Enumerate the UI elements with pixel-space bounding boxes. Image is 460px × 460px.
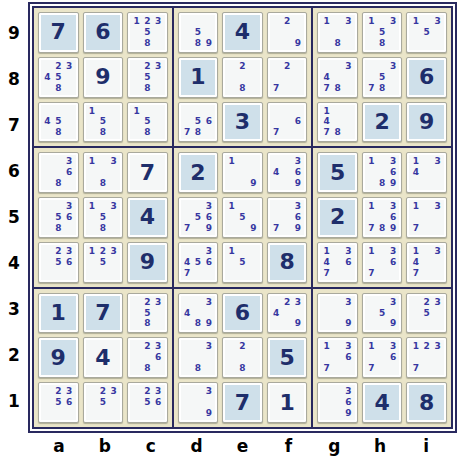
candidate-2: 2 — [97, 386, 108, 397]
candidate-6: 6 — [203, 257, 214, 268]
candidate-6 — [108, 212, 119, 223]
cell-h8[interactable]: 3578 — [362, 57, 403, 98]
box-6: 51368913421367891371346713671347 — [313, 148, 451, 286]
candidate-6 — [248, 352, 259, 363]
candidate-5 — [332, 257, 343, 268]
candidate-1 — [182, 341, 193, 352]
candidate-7 — [366, 178, 377, 189]
cell-b5[interactable]: 1358 — [83, 197, 124, 238]
cell-e1[interactable]: 7 — [222, 382, 263, 423]
cell-i6[interactable]: 134 — [406, 152, 447, 193]
candidate-3 — [248, 341, 259, 352]
cell-h3[interactable]: 359 — [362, 293, 403, 334]
candidate-3: 3 — [153, 341, 164, 352]
cell-e8[interactable]: 28 — [222, 57, 263, 98]
pencil-marks: 137 — [410, 201, 443, 234]
candidate-9 — [343, 268, 354, 279]
candidate-5 — [421, 257, 432, 268]
candidate-9 — [108, 408, 119, 419]
pencil-marks: 138 — [87, 156, 120, 189]
cell-c1[interactable]: 2356 — [127, 382, 168, 423]
cell-i7[interactable]: 9 — [406, 102, 447, 143]
cell-f4[interactable]: 8 — [267, 242, 308, 283]
cell-h2[interactable]: 1367 — [362, 337, 403, 378]
pencil-marks: 2356 — [42, 386, 75, 419]
candidate-1 — [226, 61, 237, 72]
candidate-2 — [332, 61, 343, 72]
cell-f7[interactable]: 67 — [267, 102, 308, 143]
candidate-3 — [248, 61, 259, 72]
cell-e7[interactable]: 3 — [222, 102, 263, 143]
candidate-7 — [321, 38, 332, 49]
candidate-8 — [237, 268, 248, 279]
cell-c8[interactable]: 2358 — [127, 57, 168, 98]
candidate-5: 5 — [193, 212, 204, 223]
candidate-2 — [377, 201, 388, 212]
candidate-2: 2 — [142, 16, 153, 27]
candidate-7 — [87, 178, 98, 189]
pencil-marks: 27 — [271, 61, 304, 94]
cell-i2[interactable]: 1237 — [406, 337, 447, 378]
candidate-6 — [432, 257, 443, 268]
candidate-9: 9 — [203, 223, 214, 234]
candidate-6 — [203, 308, 214, 319]
cell-d1[interactable]: 39 — [178, 382, 219, 423]
cell-a1[interactable]: 2356 — [38, 382, 79, 423]
candidate-5 — [282, 116, 293, 127]
pencil-marks: 136789 — [366, 201, 399, 234]
candidate-1 — [131, 297, 142, 308]
candidate-9: 9 — [292, 38, 303, 49]
candidate-4 — [131, 72, 142, 83]
candidate-4 — [321, 397, 332, 408]
candidate-3: 3 — [388, 156, 399, 167]
cell-a9[interactable]: 7 — [38, 12, 79, 53]
candidate-5 — [193, 352, 204, 363]
cell-e5[interactable]: 159 — [222, 197, 263, 238]
candidate-7: 7 — [321, 83, 332, 94]
candidate-3: 3 — [108, 156, 119, 167]
candidate-7: 7 — [410, 268, 421, 279]
cell-f8[interactable]: 27 — [267, 57, 308, 98]
candidate-9 — [432, 178, 443, 189]
candidate-4 — [131, 308, 142, 319]
candidate-3: 3 — [203, 386, 214, 397]
pencil-marks: 2358 — [131, 61, 164, 94]
cell-a8[interactable]: 23458 — [38, 57, 79, 98]
cell-i4[interactable]: 1347 — [406, 242, 447, 283]
pencil-marks: 2356 — [131, 386, 164, 419]
candidate-6: 6 — [388, 212, 399, 223]
cell-c3[interactable]: 2358 — [127, 293, 168, 334]
candidate-7: 7 — [271, 127, 282, 138]
cell-e2[interactable]: 28 — [222, 337, 263, 378]
candidate-9 — [292, 83, 303, 94]
candidate-3: 3 — [64, 246, 75, 257]
pencil-marks: 158 — [87, 106, 120, 139]
candidate-9 — [343, 83, 354, 94]
pencil-marks: 3568 — [42, 201, 75, 234]
candidate-6 — [343, 27, 354, 38]
candidate-5 — [193, 397, 204, 408]
candidate-7 — [366, 319, 377, 330]
cell-i9[interactable]: 135 — [406, 12, 447, 53]
candidate-8 — [193, 408, 204, 419]
cell-d5[interactable]: 35679 — [178, 197, 219, 238]
candidate-4 — [42, 167, 53, 178]
candidate-9 — [432, 319, 443, 330]
cell-i1[interactable]: 8 — [406, 382, 447, 423]
cell-a5[interactable]: 3568 — [38, 197, 79, 238]
cell-g1[interactable]: 369 — [317, 382, 358, 423]
candidate-3: 3 — [432, 246, 443, 257]
candidate-8 — [332, 268, 343, 279]
candidate-4 — [366, 352, 377, 363]
pencil-marks: 138 — [321, 16, 354, 49]
given-digit: 9 — [419, 111, 434, 133]
cell-f6[interactable]: 3469 — [267, 152, 308, 193]
cell-i8[interactable]: 6 — [406, 57, 447, 98]
candidate-5: 5 — [53, 212, 64, 223]
cell-d6[interactable]: 2 — [178, 152, 219, 193]
candidate-6 — [153, 308, 164, 319]
cell-c5[interactable]: 4 — [127, 197, 168, 238]
cell-a6[interactable]: 368 — [38, 152, 79, 193]
cell-b7[interactable]: 158 — [83, 102, 124, 143]
candidate-5: 5 — [421, 308, 432, 319]
candidate-7: 7 — [182, 223, 193, 234]
candidate-7: 7 — [366, 223, 377, 234]
candidate-1: 1 — [321, 16, 332, 27]
cell-b2[interactable]: 4 — [83, 337, 124, 378]
cell-b9[interactable]: 6 — [83, 12, 124, 53]
candidate-4 — [271, 116, 282, 127]
cell-f2[interactable]: 5 — [267, 337, 308, 378]
cell-h1[interactable]: 4 — [362, 382, 403, 423]
cell-g6[interactable]: 5 — [317, 152, 358, 193]
candidate-2 — [377, 246, 388, 257]
candidate-8: 8 — [332, 127, 343, 138]
candidate-5 — [282, 212, 293, 223]
candidate-4 — [42, 257, 53, 268]
cell-a7[interactable]: 458 — [38, 102, 79, 143]
cell-g7[interactable]: 1478 — [317, 102, 358, 143]
candidate-2 — [282, 201, 293, 212]
candidate-9 — [64, 223, 75, 234]
given-digit: 5 — [330, 162, 345, 184]
candidate-5 — [332, 308, 343, 319]
cell-e6[interactable]: 19 — [222, 152, 263, 193]
cell-c4[interactable]: 9 — [127, 242, 168, 283]
row-label-8: 8 — [8, 71, 20, 88]
given-digit: 2 — [330, 206, 345, 228]
candidate-6: 6 — [388, 167, 399, 178]
cell-g9[interactable]: 138 — [317, 12, 358, 53]
candidate-8: 8 — [332, 83, 343, 94]
cell-h7[interactable]: 2 — [362, 102, 403, 143]
cell-c6[interactable]: 7 — [127, 152, 168, 193]
cell-b1[interactable]: 235 — [83, 382, 124, 423]
candidate-4: 4 — [182, 308, 193, 319]
candidate-5 — [193, 308, 204, 319]
candidate-1 — [42, 386, 53, 397]
candidate-8: 8 — [53, 223, 64, 234]
cell-b3[interactable]: 7 — [83, 293, 124, 334]
candidate-1 — [42, 201, 53, 212]
candidate-5 — [282, 308, 293, 319]
candidate-4: 4 — [271, 167, 282, 178]
cell-a3[interactable]: 1 — [38, 293, 79, 334]
cell-g8[interactable]: 3478 — [317, 57, 358, 98]
candidate-7: 7 — [321, 127, 332, 138]
candidate-9 — [64, 268, 75, 279]
cell-d3[interactable]: 3489 — [178, 293, 219, 334]
candidate-8: 8 — [332, 38, 343, 49]
candidate-8 — [193, 223, 204, 234]
candidate-8 — [97, 408, 108, 419]
candidate-9 — [153, 38, 164, 49]
candidate-5 — [332, 397, 343, 408]
given-digit: 6 — [235, 302, 250, 324]
candidate-5: 5 — [142, 308, 153, 319]
candidate-8 — [282, 38, 293, 49]
candidate-5: 5 — [193, 27, 204, 38]
cell-b4[interactable]: 1235 — [83, 242, 124, 283]
candidate-1: 1 — [131, 16, 142, 27]
candidate-1 — [42, 246, 53, 257]
candidate-4 — [410, 308, 421, 319]
candidate-2 — [193, 106, 204, 117]
candidate-2: 2 — [282, 297, 293, 308]
candidate-9 — [108, 268, 119, 279]
candidate-7 — [271, 319, 282, 330]
cell-b6[interactable]: 138 — [83, 152, 124, 193]
candidate-5: 5 — [142, 116, 153, 127]
candidate-3: 3 — [343, 61, 354, 72]
candidate-6: 6 — [64, 397, 75, 408]
candidate-6 — [388, 72, 399, 83]
candidate-5 — [421, 212, 432, 223]
candidate-4 — [182, 212, 193, 223]
solved-digit: 7 — [140, 162, 155, 184]
candidate-4 — [226, 352, 237, 363]
candidate-1 — [321, 386, 332, 397]
candidate-1: 1 — [410, 16, 421, 27]
candidate-6 — [248, 167, 259, 178]
candidate-3: 3 — [64, 201, 75, 212]
candidate-8 — [377, 268, 388, 279]
col-label-h: h — [374, 438, 386, 455]
candidate-7: 7 — [182, 127, 193, 138]
row-label-3: 3 — [8, 301, 20, 318]
candidate-4 — [226, 72, 237, 83]
candidate-9 — [343, 38, 354, 49]
pencil-marks: 1358 — [366, 16, 399, 49]
given-digit: 6 — [419, 66, 434, 88]
candidate-8 — [421, 38, 432, 49]
candidate-6 — [432, 167, 443, 178]
cell-i3[interactable]: 235 — [406, 293, 447, 334]
candidate-9 — [153, 363, 164, 374]
pencil-marks: 13467 — [321, 246, 354, 279]
candidate-2 — [193, 201, 204, 212]
candidate-6 — [343, 308, 354, 319]
candidate-8 — [377, 363, 388, 374]
candidate-1 — [271, 16, 282, 27]
row-label-2: 2 — [8, 347, 20, 364]
cell-a2[interactable]: 9 — [38, 337, 79, 378]
candidate-9: 9 — [203, 319, 214, 330]
candidate-5: 5 — [97, 212, 108, 223]
cell-f5[interactable]: 3679 — [267, 197, 308, 238]
candidate-3: 3 — [64, 61, 75, 72]
candidate-4 — [131, 352, 142, 363]
candidate-7 — [321, 408, 332, 419]
cell-e3[interactable]: 6 — [222, 293, 263, 334]
candidate-9: 9 — [388, 319, 399, 330]
candidate-7: 7 — [366, 363, 377, 374]
candidate-7: 7 — [366, 83, 377, 94]
candidate-7 — [131, 408, 142, 419]
candidate-9 — [388, 38, 399, 49]
cell-d4[interactable]: 34567 — [178, 242, 219, 283]
cell-f3[interactable]: 2349 — [267, 293, 308, 334]
box-3: 1381358135347835786147829 — [313, 8, 451, 146]
cell-c2[interactable]: 2368 — [127, 337, 168, 378]
candidate-4 — [271, 27, 282, 38]
candidate-3: 3 — [388, 341, 399, 352]
candidate-3: 3 — [153, 297, 164, 308]
row-label-1: 1 — [8, 393, 20, 410]
candidate-6 — [432, 212, 443, 223]
cell-g3[interactable]: 39 — [317, 293, 358, 334]
cell-h6[interactable]: 13689 — [362, 152, 403, 193]
candidate-4 — [226, 212, 237, 223]
box-5: 219346935679159367934567158 — [174, 148, 312, 286]
given-digit: 8 — [279, 251, 294, 273]
candidate-6 — [108, 116, 119, 127]
cell-b8[interactable]: 9 — [83, 57, 124, 98]
candidate-2 — [237, 156, 248, 167]
candidate-6 — [292, 72, 303, 83]
candidate-1 — [226, 341, 237, 352]
pencil-marks: 2349 — [271, 297, 304, 330]
candidate-5: 5 — [237, 257, 248, 268]
cell-i5[interactable]: 137 — [406, 197, 447, 238]
solved-digit: 4 — [95, 347, 110, 369]
candidate-7 — [226, 83, 237, 94]
candidate-7 — [226, 223, 237, 234]
pencil-marks: 39 — [321, 297, 354, 330]
candidate-4 — [131, 116, 142, 127]
candidate-6: 6 — [388, 352, 399, 363]
candidate-2 — [237, 201, 248, 212]
candidate-8 — [282, 319, 293, 330]
cell-f1[interactable]: 1 — [267, 382, 308, 423]
candidate-8: 8 — [377, 223, 388, 234]
candidate-4 — [366, 308, 377, 319]
candidate-1 — [271, 201, 282, 212]
pencil-marks: 2368 — [131, 341, 164, 374]
candidate-9: 9 — [248, 223, 259, 234]
candidate-2: 2 — [142, 341, 153, 352]
candidate-4 — [131, 397, 142, 408]
candidate-8: 8 — [142, 38, 153, 49]
cell-d8[interactable]: 1 — [178, 57, 219, 98]
candidate-1 — [182, 201, 193, 212]
cell-a4[interactable]: 2356 — [38, 242, 79, 283]
candidate-3: 3 — [153, 386, 164, 397]
candidate-3: 3 — [432, 341, 443, 352]
candidate-7 — [226, 268, 237, 279]
cell-g4[interactable]: 13467 — [317, 242, 358, 283]
candidate-7 — [182, 319, 193, 330]
candidate-6 — [248, 257, 259, 268]
candidate-1: 1 — [87, 201, 98, 212]
candidate-9: 9 — [343, 408, 354, 419]
candidate-8 — [282, 83, 293, 94]
candidate-9 — [432, 38, 443, 49]
candidate-5: 5 — [53, 116, 64, 127]
candidate-9 — [64, 408, 75, 419]
candidate-3: 3 — [64, 386, 75, 397]
candidate-8 — [237, 178, 248, 189]
box-7: 17235894236823562352356 — [34, 289, 172, 427]
candidate-9 — [388, 268, 399, 279]
cell-g2[interactable]: 1367 — [317, 337, 358, 378]
candidate-4 — [410, 27, 421, 38]
cell-h9[interactable]: 1358 — [362, 12, 403, 53]
given-digit: 3 — [235, 111, 250, 133]
candidate-2: 2 — [97, 246, 108, 257]
candidate-4 — [321, 308, 332, 319]
candidate-8: 8 — [237, 83, 248, 94]
candidate-9 — [153, 83, 164, 94]
cell-c7[interactable]: 158 — [127, 102, 168, 143]
candidate-6: 6 — [203, 116, 214, 127]
candidate-5 — [237, 167, 248, 178]
cell-h5[interactable]: 136789 — [362, 197, 403, 238]
candidate-9 — [432, 268, 443, 279]
cell-g5[interactable]: 2 — [317, 197, 358, 238]
cell-e4[interactable]: 15 — [222, 242, 263, 283]
candidate-5 — [377, 167, 388, 178]
candidate-7 — [42, 223, 53, 234]
candidate-8 — [421, 223, 432, 234]
candidate-9: 9 — [292, 223, 303, 234]
candidate-4: 4 — [410, 257, 421, 268]
candidate-5 — [377, 212, 388, 223]
cell-h4[interactable]: 1367 — [362, 242, 403, 283]
candidate-1: 1 — [410, 246, 421, 257]
candidate-4 — [42, 397, 53, 408]
candidate-1: 1 — [87, 156, 98, 167]
cell-d7[interactable]: 5678 — [178, 102, 219, 143]
candidate-6: 6 — [203, 212, 214, 223]
candidate-5 — [97, 167, 108, 178]
candidate-4 — [87, 397, 98, 408]
candidate-2 — [53, 106, 64, 117]
cell-d9[interactable]: 589 — [178, 12, 219, 53]
candidate-8 — [282, 178, 293, 189]
cell-e9[interactable]: 4 — [222, 12, 263, 53]
cell-c9[interactable]: 12358 — [127, 12, 168, 53]
cell-f9[interactable]: 29 — [267, 12, 308, 53]
candidate-3 — [203, 106, 214, 117]
cell-d2[interactable]: 38 — [178, 337, 219, 378]
given-digit: 1 — [190, 66, 205, 88]
candidate-4: 4 — [42, 116, 53, 127]
